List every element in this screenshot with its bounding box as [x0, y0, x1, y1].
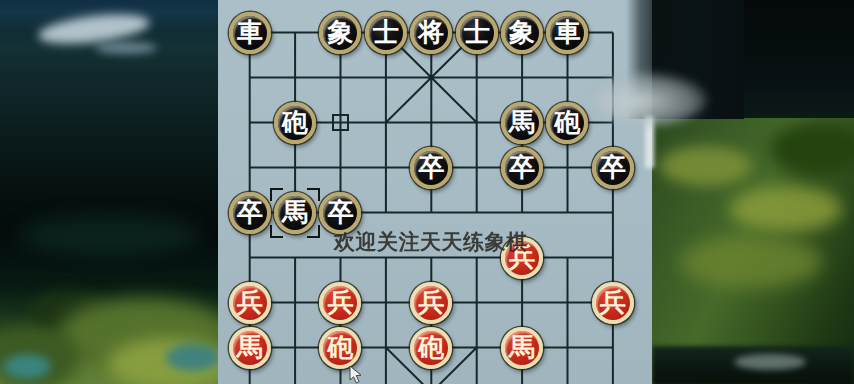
last-move-origin-marker: [332, 114, 349, 131]
red-cannon-1-glyph: 砲: [327, 334, 353, 360]
piece-red-horse-2[interactable]: 馬: [501, 327, 543, 369]
black-horse-2-glyph: 馬: [282, 199, 308, 225]
snow-streak: [95, 42, 157, 54]
black-cannon-1-glyph: 砲: [282, 109, 308, 135]
black-soldier-4-glyph: 卒: [237, 199, 263, 225]
yellow-foliage: [660, 146, 752, 186]
red-horse-2-glyph: 馬: [509, 334, 535, 360]
yellow-foliage: [680, 236, 822, 288]
piece-black-cannon-1[interactable]: 砲: [274, 102, 316, 144]
piece-red-soldier-5[interactable]: 兵: [592, 282, 634, 324]
shore-rock: [734, 354, 806, 370]
black-chariot-1-glyph: 車: [237, 19, 263, 45]
watermark: 欢迎关注天天练象棋: [334, 228, 528, 256]
piece-black-advisor-1[interactable]: 士: [365, 12, 407, 54]
piece-black-soldier-2[interactable]: 卒: [501, 147, 543, 189]
black-elephant-2-glyph: 象: [509, 19, 535, 45]
black-soldier-2-glyph: 卒: [509, 154, 535, 180]
black-general-glyph: 将: [418, 19, 444, 45]
black-advisor-2-glyph: 士: [464, 19, 490, 45]
piece-red-soldier-4[interactable]: 兵: [410, 282, 452, 324]
black-advisor-1-glyph: 士: [373, 19, 399, 45]
black-soldier-3-glyph: 卒: [600, 154, 626, 180]
piece-red-soldier-2[interactable]: 兵: [229, 282, 271, 324]
black-elephant-1-glyph: 象: [327, 19, 353, 45]
black-soldier-1-glyph: 卒: [418, 154, 444, 180]
mouse-cursor-icon: [349, 365, 363, 384]
piece-black-horse-1[interactable]: 馬: [501, 102, 543, 144]
red-cannon-2-glyph: 砲: [418, 334, 444, 360]
black-cannon-2-glyph: 砲: [554, 109, 580, 135]
piece-black-horse-2[interactable]: 馬: [274, 192, 316, 234]
black-horse-1-glyph: 馬: [509, 109, 535, 135]
lake-reflection: [20, 215, 200, 255]
piece-black-advisor-2[interactable]: 士: [456, 12, 498, 54]
piece-black-general[interactable]: 将: [410, 12, 452, 54]
piece-red-cannon-2[interactable]: 砲: [410, 327, 452, 369]
piece-black-soldier-3[interactable]: 卒: [592, 147, 634, 189]
black-soldier-5-glyph: 卒: [327, 199, 353, 225]
piece-black-elephant-2[interactable]: 象: [501, 12, 543, 54]
piece-black-chariot-1[interactable]: 車: [229, 12, 271, 54]
red-soldier-3-glyph: 兵: [327, 289, 353, 315]
yellow-foliage: [730, 186, 842, 232]
piece-black-chariot-2[interactable]: 車: [546, 12, 588, 54]
red-soldier-5-glyph: 兵: [600, 289, 626, 315]
red-horse-1-glyph: 馬: [237, 334, 263, 360]
piece-black-soldier-1[interactable]: 卒: [410, 147, 452, 189]
xiangqi-board[interactable]: 車象士将士象車砲馬砲卒卒卒卒馬卒兵兵兵兵兵馬砲砲馬: [227, 10, 636, 384]
piece-red-horse-1[interactable]: 馬: [229, 327, 271, 369]
red-soldier-2-glyph: 兵: [237, 289, 263, 315]
teal-rock: [3, 354, 51, 379]
app-screen: 車象士将士象車砲馬砲卒卒卒卒馬卒兵兵兵兵兵馬砲砲馬 欢迎关注天天练象棋: [0, 0, 854, 384]
piece-black-soldier-4[interactable]: 卒: [229, 192, 271, 234]
blurred-gray-smudge: [592, 72, 708, 126]
piece-red-cannon-1[interactable]: 砲: [319, 327, 361, 369]
piece-black-elephant-1[interactable]: 象: [319, 12, 361, 54]
piece-black-cannon-2[interactable]: 砲: [546, 102, 588, 144]
left-background-photo: [0, 0, 218, 384]
teal-rock: [166, 344, 218, 371]
red-soldier-4-glyph: 兵: [418, 289, 444, 315]
black-chariot-2-glyph: 車: [554, 19, 580, 45]
dark-trees: [770, 122, 854, 176]
piece-red-soldier-3[interactable]: 兵: [319, 282, 361, 324]
autumn-hillside: [652, 118, 854, 384]
